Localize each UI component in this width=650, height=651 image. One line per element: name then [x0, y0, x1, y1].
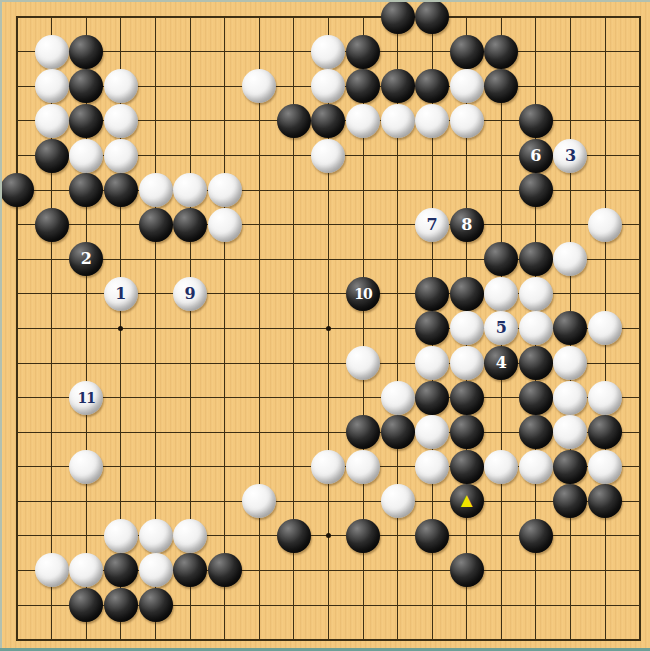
stone-black	[346, 519, 380, 553]
go-app-window: 6378219105411▲	[0, 0, 650, 651]
stone-white	[519, 311, 553, 345]
stone-white	[553, 346, 587, 380]
stone-white	[346, 450, 380, 484]
stone-white	[553, 242, 587, 276]
stone-white	[173, 173, 207, 207]
stone-black: 10	[346, 277, 380, 311]
stone-white	[588, 208, 622, 242]
stone-black	[450, 277, 484, 311]
stone-white	[519, 450, 553, 484]
stone-white	[104, 104, 138, 138]
stone-white	[484, 450, 518, 484]
star-point	[326, 326, 331, 331]
stone-white	[69, 450, 103, 484]
stone-black	[381, 0, 415, 34]
stone-white	[484, 277, 518, 311]
stone-black	[311, 104, 345, 138]
stone-white	[311, 69, 345, 103]
stone-black	[519, 381, 553, 415]
stone-black	[588, 415, 622, 449]
stone-black	[450, 450, 484, 484]
stone-white	[346, 346, 380, 380]
stone-black	[415, 0, 449, 34]
stone-white	[415, 450, 449, 484]
stone-white	[553, 381, 587, 415]
stone-white	[415, 104, 449, 138]
stone-white	[381, 484, 415, 518]
stone-black: 8	[450, 208, 484, 242]
stone-black	[173, 553, 207, 587]
move-number-label: 11	[78, 391, 95, 405]
star-point	[118, 326, 123, 331]
stone-black	[346, 35, 380, 69]
stone-white	[588, 450, 622, 484]
stone-white	[311, 450, 345, 484]
stone-white	[381, 381, 415, 415]
stone-black: 2	[69, 242, 103, 276]
stone-white	[381, 104, 415, 138]
stone-black	[104, 553, 138, 587]
stone-black	[208, 553, 242, 587]
stone-black	[415, 519, 449, 553]
stone-white: 1	[104, 277, 138, 311]
stone-black	[553, 484, 587, 518]
move-number-label: 2	[81, 251, 92, 267]
stone-white	[69, 139, 103, 173]
grid-line-vertical	[639, 16, 641, 640]
go-board[interactable]: 6378219105411▲	[0, 0, 650, 651]
stone-white	[588, 381, 622, 415]
stone-white	[208, 173, 242, 207]
stone-white	[450, 311, 484, 345]
stone-black	[519, 519, 553, 553]
stone-white	[242, 484, 276, 518]
stone-white	[450, 69, 484, 103]
stone-white	[104, 139, 138, 173]
stone-black	[519, 104, 553, 138]
stone-white	[35, 35, 69, 69]
stone-black	[346, 415, 380, 449]
stone-black	[415, 381, 449, 415]
stone-white	[173, 519, 207, 553]
stone-black: 6	[519, 139, 553, 173]
stone-black	[519, 242, 553, 276]
stone-black	[484, 35, 518, 69]
stone-white	[139, 519, 173, 553]
stone-black	[415, 277, 449, 311]
stone-white	[104, 69, 138, 103]
stone-black	[484, 242, 518, 276]
stone-black	[519, 346, 553, 380]
move-number-label: 1	[115, 286, 126, 302]
stone-white	[415, 346, 449, 380]
move-number-label: 4	[496, 355, 507, 371]
stone-white	[69, 553, 103, 587]
stone-white: 7	[415, 208, 449, 242]
stone-white	[242, 69, 276, 103]
stone-white: 9	[173, 277, 207, 311]
stone-black	[104, 588, 138, 622]
move-number-label: 7	[427, 217, 438, 233]
stone-white	[346, 104, 380, 138]
stone-white	[208, 208, 242, 242]
stone-black	[381, 415, 415, 449]
stone-black	[69, 35, 103, 69]
stone-white	[588, 311, 622, 345]
stone-white: 5	[484, 311, 518, 345]
stone-black	[519, 173, 553, 207]
stone-white: 3	[553, 139, 587, 173]
stone-white	[311, 35, 345, 69]
stone-black: 4	[484, 346, 518, 380]
stone-black	[415, 311, 449, 345]
stone-black	[69, 104, 103, 138]
stone-white	[450, 346, 484, 380]
stone-black	[69, 588, 103, 622]
stone-white	[139, 173, 173, 207]
stone-white	[519, 277, 553, 311]
window-edge-top	[0, 0, 650, 2]
stone-black	[450, 553, 484, 587]
window-edge-left	[0, 0, 2, 651]
stone-black	[450, 415, 484, 449]
move-number-label: 5	[496, 320, 507, 336]
stone-black	[35, 139, 69, 173]
move-number-label: 3	[565, 148, 576, 164]
stone-black	[450, 35, 484, 69]
stone-white	[35, 69, 69, 103]
move-number-label: 8	[461, 217, 472, 233]
stone-black	[277, 519, 311, 553]
stone-black	[69, 69, 103, 103]
stone-black	[0, 173, 34, 207]
stone-black	[519, 415, 553, 449]
stone-white	[311, 139, 345, 173]
grid-line-horizontal	[16, 501, 640, 502]
stone-black	[69, 173, 103, 207]
grid-line-horizontal	[16, 639, 640, 641]
stone-black	[415, 69, 449, 103]
stone-white	[450, 104, 484, 138]
stone-black	[139, 588, 173, 622]
stone-white	[35, 104, 69, 138]
stone-white	[553, 415, 587, 449]
stone-black	[588, 484, 622, 518]
stone-black	[277, 104, 311, 138]
stone-black	[381, 69, 415, 103]
stone-black	[450, 381, 484, 415]
stone-black	[553, 311, 587, 345]
stone-black	[553, 450, 587, 484]
stone-white	[35, 553, 69, 587]
move-number-label: 10	[354, 287, 371, 301]
stone-white	[415, 415, 449, 449]
stone-black	[35, 208, 69, 242]
move-number-label: 9	[185, 286, 196, 302]
move-number-label: 6	[530, 148, 541, 164]
stone-black	[484, 69, 518, 103]
stone-black: ▲	[450, 484, 484, 518]
stone-black	[173, 208, 207, 242]
stone-white: 11	[69, 381, 103, 415]
stone-white	[139, 553, 173, 587]
stone-white	[104, 519, 138, 553]
stone-black	[139, 208, 173, 242]
star-point	[326, 533, 331, 538]
stone-black	[346, 69, 380, 103]
stone-black	[104, 173, 138, 207]
last-move-triangle-marker: ▲	[457, 490, 477, 510]
